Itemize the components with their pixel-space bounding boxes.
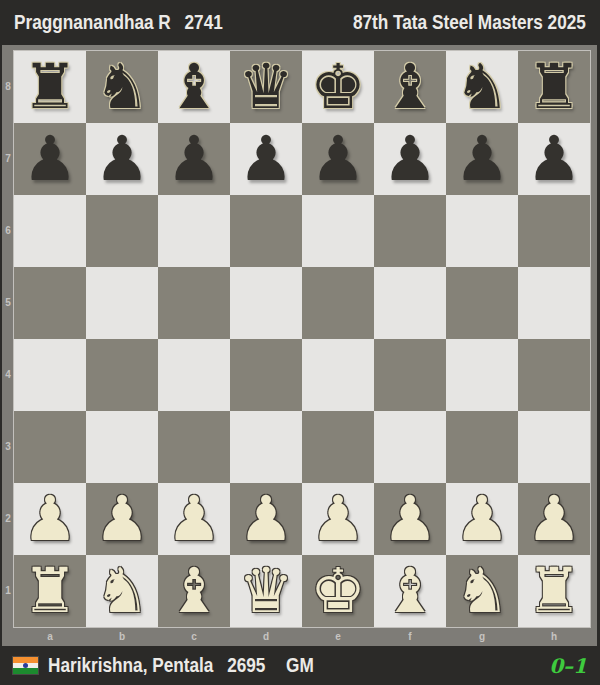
piece-white-pawn: ♟︎ bbox=[454, 483, 510, 555]
piece-white-rook: ♜︎ bbox=[22, 555, 78, 627]
piece-black-pawn: ♟︎ bbox=[454, 123, 510, 195]
square-h8[interactable]: ♜︎ bbox=[518, 51, 590, 123]
file-label-f: f bbox=[374, 631, 446, 642]
square-a7[interactable]: ♟︎ bbox=[14, 123, 86, 195]
square-g5[interactable] bbox=[446, 267, 518, 339]
square-d8[interactable]: ♛︎ bbox=[230, 51, 302, 123]
square-f4[interactable] bbox=[374, 339, 446, 411]
square-a3[interactable] bbox=[14, 411, 86, 483]
square-e3[interactable] bbox=[302, 411, 374, 483]
piece-black-pawn: ♟︎ bbox=[310, 123, 366, 195]
file-label-g: g bbox=[446, 631, 518, 642]
square-a8[interactable]: ♜︎ bbox=[14, 51, 86, 123]
ashoka-chakra-icon bbox=[23, 663, 28, 668]
square-e7[interactable]: ♟︎ bbox=[302, 123, 374, 195]
square-f6[interactable] bbox=[374, 195, 446, 267]
square-a4[interactable] bbox=[14, 339, 86, 411]
piece-white-pawn: ♟︎ bbox=[22, 483, 78, 555]
square-a5[interactable] bbox=[14, 267, 86, 339]
square-g2[interactable]: ♟︎ bbox=[446, 483, 518, 555]
square-f3[interactable] bbox=[374, 411, 446, 483]
piece-white-pawn: ♟︎ bbox=[526, 483, 582, 555]
square-c5[interactable] bbox=[158, 267, 230, 339]
piece-black-knight: ♞︎ bbox=[94, 51, 150, 123]
square-g6[interactable] bbox=[446, 195, 518, 267]
square-g4[interactable] bbox=[446, 339, 518, 411]
piece-black-pawn: ♟︎ bbox=[382, 123, 438, 195]
square-f2[interactable]: ♟︎ bbox=[374, 483, 446, 555]
square-h6[interactable] bbox=[518, 195, 590, 267]
file-label-a: a bbox=[14, 631, 86, 642]
square-b8[interactable]: ♞︎ bbox=[86, 51, 158, 123]
square-e1[interactable]: ♚︎ bbox=[302, 555, 374, 627]
square-d4[interactable] bbox=[230, 339, 302, 411]
square-a2[interactable]: ♟︎ bbox=[14, 483, 86, 555]
piece-white-knight: ♞︎ bbox=[94, 555, 150, 627]
square-g7[interactable]: ♟︎ bbox=[446, 123, 518, 195]
piece-white-queen: ♛︎ bbox=[238, 555, 294, 627]
square-d6[interactable] bbox=[230, 195, 302, 267]
board-frame: 87654321 ♜︎♞︎♝︎♛︎♚︎♝︎♞︎♜︎♟︎♟︎♟︎♟︎♟︎♟︎♟︎♟… bbox=[2, 45, 597, 646]
piece-white-pawn: ♟︎ bbox=[382, 483, 438, 555]
square-b7[interactable]: ♟︎ bbox=[86, 123, 158, 195]
chess-board: ♜︎♞︎♝︎♛︎♚︎♝︎♞︎♜︎♟︎♟︎♟︎♟︎♟︎♟︎♟︎♟︎♟︎♟︎♟︎♟︎… bbox=[14, 51, 590, 627]
square-a1[interactable]: ♜︎ bbox=[14, 555, 86, 627]
rank-labels: 87654321 bbox=[2, 51, 14, 627]
square-b2[interactable]: ♟︎ bbox=[86, 483, 158, 555]
file-label-d: d bbox=[230, 631, 302, 642]
piece-black-rook: ♜︎ bbox=[22, 51, 78, 123]
piece-black-pawn: ♟︎ bbox=[166, 123, 222, 195]
square-d3[interactable] bbox=[230, 411, 302, 483]
square-f7[interactable]: ♟︎ bbox=[374, 123, 446, 195]
rank-label-3: 3 bbox=[2, 411, 14, 483]
black-player-rating: 2741 bbox=[185, 11, 223, 34]
rank-label-2: 2 bbox=[2, 483, 14, 555]
square-e6[interactable] bbox=[302, 195, 374, 267]
square-d5[interactable] bbox=[230, 267, 302, 339]
square-c4[interactable] bbox=[158, 339, 230, 411]
square-b5[interactable] bbox=[86, 267, 158, 339]
piece-white-king: ♚︎ bbox=[310, 555, 366, 627]
piece-black-king: ♚︎ bbox=[310, 51, 366, 123]
white-player-title: GM bbox=[286, 654, 314, 677]
square-b6[interactable] bbox=[86, 195, 158, 267]
square-f5[interactable] bbox=[374, 267, 446, 339]
piece-black-bishop: ♝︎ bbox=[382, 51, 438, 123]
square-c8[interactable]: ♝︎ bbox=[158, 51, 230, 123]
square-g1[interactable]: ♞︎ bbox=[446, 555, 518, 627]
square-a6[interactable] bbox=[14, 195, 86, 267]
piece-black-queen: ♛︎ bbox=[238, 51, 294, 123]
file-label-b: b bbox=[86, 631, 158, 642]
piece-white-bishop: ♝︎ bbox=[166, 555, 222, 627]
square-h1[interactable]: ♜︎ bbox=[518, 555, 590, 627]
piece-black-pawn: ♟︎ bbox=[238, 123, 294, 195]
rank-label-4: 4 bbox=[2, 339, 14, 411]
bottom-player-bar: Harikrishna, Pentala2695GM 0–1 bbox=[0, 646, 600, 685]
square-d7[interactable]: ♟︎ bbox=[230, 123, 302, 195]
piece-black-bishop: ♝︎ bbox=[166, 51, 222, 123]
square-e4[interactable] bbox=[302, 339, 374, 411]
square-h7[interactable]: ♟︎ bbox=[518, 123, 590, 195]
square-h3[interactable] bbox=[518, 411, 590, 483]
chess-game-viewer: Praggnanandhaa R2741 87th Tata Steel Mas… bbox=[0, 0, 600, 685]
square-b1[interactable]: ♞︎ bbox=[86, 555, 158, 627]
square-b3[interactable] bbox=[86, 411, 158, 483]
game-result: 0–1 bbox=[549, 654, 587, 678]
square-c6[interactable] bbox=[158, 195, 230, 267]
white-player-line: Harikrishna, Pentala2695GM bbox=[48, 654, 314, 677]
rank-label-7: 7 bbox=[2, 123, 14, 195]
white-player-name: Harikrishna, Pentala bbox=[48, 654, 213, 677]
piece-black-pawn: ♟︎ bbox=[22, 123, 78, 195]
square-d1[interactable]: ♛︎ bbox=[230, 555, 302, 627]
file-label-c: c bbox=[158, 631, 230, 642]
square-h4[interactable] bbox=[518, 339, 590, 411]
piece-white-pawn: ♟︎ bbox=[238, 483, 294, 555]
square-h5[interactable] bbox=[518, 267, 590, 339]
white-player-rating: 2695 bbox=[227, 654, 265, 677]
square-e8[interactable]: ♚︎ bbox=[302, 51, 374, 123]
piece-white-pawn: ♟︎ bbox=[94, 483, 150, 555]
square-e5[interactable] bbox=[302, 267, 374, 339]
top-player-bar: Praggnanandhaa R2741 87th Tata Steel Mas… bbox=[0, 0, 600, 45]
piece-black-pawn: ♟︎ bbox=[94, 123, 150, 195]
rank-label-6: 6 bbox=[2, 195, 14, 267]
file-label-h: h bbox=[518, 631, 590, 642]
square-g8[interactable]: ♞︎ bbox=[446, 51, 518, 123]
black-player-name: Praggnanandhaa R bbox=[14, 11, 171, 34]
square-e2[interactable]: ♟︎ bbox=[302, 483, 374, 555]
rank-label-1: 1 bbox=[2, 555, 14, 627]
square-h2[interactable]: ♟︎ bbox=[518, 483, 590, 555]
square-c1[interactable]: ♝︎ bbox=[158, 555, 230, 627]
piece-white-rook: ♜︎ bbox=[526, 555, 582, 627]
square-b4[interactable] bbox=[86, 339, 158, 411]
square-f1[interactable]: ♝︎ bbox=[374, 555, 446, 627]
square-c7[interactable]: ♟︎ bbox=[158, 123, 230, 195]
square-d2[interactable]: ♟︎ bbox=[230, 483, 302, 555]
square-g3[interactable] bbox=[446, 411, 518, 483]
event-title: 87th Tata Steel Masters 2025 bbox=[353, 11, 586, 34]
piece-black-knight: ♞︎ bbox=[454, 51, 510, 123]
piece-black-pawn: ♟︎ bbox=[526, 123, 582, 195]
file-labels: abcdefgh bbox=[14, 627, 590, 646]
piece-black-rook: ♜︎ bbox=[526, 51, 582, 123]
piece-white-pawn: ♟︎ bbox=[166, 483, 222, 555]
black-player-line: Praggnanandhaa R2741 bbox=[14, 11, 223, 34]
india-flag-icon bbox=[13, 657, 38, 674]
rank-label-5: 5 bbox=[2, 267, 14, 339]
file-label-e: e bbox=[302, 631, 374, 642]
rank-label-8: 8 bbox=[2, 51, 14, 123]
square-c3[interactable] bbox=[158, 411, 230, 483]
piece-white-knight: ♞︎ bbox=[454, 555, 510, 627]
square-f8[interactable]: ♝︎ bbox=[374, 51, 446, 123]
piece-white-pawn: ♟︎ bbox=[310, 483, 366, 555]
piece-white-bishop: ♝︎ bbox=[382, 555, 438, 627]
square-c2[interactable]: ♟︎ bbox=[158, 483, 230, 555]
